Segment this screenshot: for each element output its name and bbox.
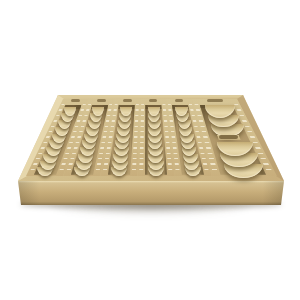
embossed-denomination-label (175, 99, 184, 102)
tray-front-face-side-shading (18, 181, 284, 205)
embossed-well-label (219, 135, 238, 139)
embossed-denomination-label (123, 99, 132, 102)
tray-back-rim-highlight (57, 95, 244, 98)
embossed-denomination-label (97, 99, 106, 102)
embossed-denomination-label (207, 99, 223, 102)
product-photo-background (0, 0, 300, 300)
embossed-denomination-label (71, 99, 80, 102)
embossed-denomination-label (149, 99, 158, 102)
coin-tray (0, 0, 300, 300)
